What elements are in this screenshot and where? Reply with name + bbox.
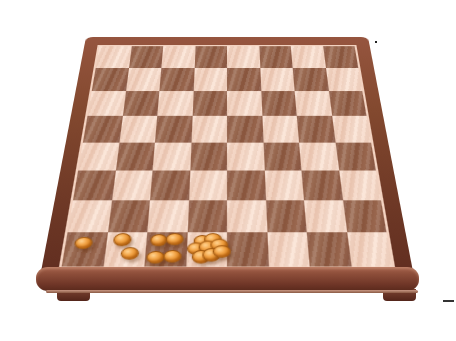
square-f6[interactable] — [261, 91, 297, 116]
square-c1[interactable] — [144, 232, 187, 266]
counter-c1[interactable] — [146, 251, 165, 264]
square-a1[interactable] — [62, 232, 108, 266]
square-f1[interactable] — [267, 232, 310, 266]
board-front-edge — [36, 267, 419, 291]
square-d4[interactable] — [190, 142, 227, 170]
square-h3[interactable] — [339, 170, 381, 200]
square-f3[interactable] — [264, 170, 304, 200]
square-e4[interactable] — [227, 142, 264, 170]
square-h1[interactable] — [347, 232, 393, 266]
square-b2[interactable] — [107, 200, 150, 232]
square-f5[interactable] — [262, 116, 299, 142]
square-f4[interactable] — [263, 142, 301, 170]
square-e1[interactable] — [227, 232, 268, 266]
square-d6[interactable] — [192, 91, 227, 116]
square-a6[interactable] — [87, 91, 125, 116]
counter-b1[interactable] — [113, 233, 132, 245]
square-g1[interactable] — [307, 232, 351, 266]
square-e2[interactable] — [227, 200, 267, 232]
square-a8[interactable] — [96, 46, 132, 68]
square-f8[interactable] — [259, 46, 293, 68]
square-h4[interactable] — [335, 142, 376, 170]
counter-a1[interactable] — [74, 237, 94, 250]
square-f7[interactable] — [260, 68, 295, 91]
square-b7[interactable] — [126, 68, 162, 91]
board-grid — [62, 46, 393, 266]
square-c6[interactable] — [157, 91, 193, 116]
board-inner-border — [59, 45, 396, 268]
square-c8[interactable] — [161, 46, 195, 68]
square-d8[interactable] — [194, 46, 227, 68]
stray-dot-mark — [375, 41, 377, 43]
square-h8[interactable] — [323, 46, 359, 68]
square-b4[interactable] — [115, 142, 155, 170]
square-e8[interactable] — [227, 46, 260, 68]
square-h6[interactable] — [328, 91, 366, 116]
square-f2[interactable] — [265, 200, 306, 232]
square-d5[interactable] — [191, 116, 227, 142]
board-bottom-lip — [46, 290, 418, 293]
square-b6[interactable] — [122, 91, 159, 116]
square-d3[interactable] — [189, 170, 227, 200]
square-d2[interactable] — [187, 200, 227, 232]
square-e6[interactable] — [227, 91, 262, 116]
square-h2[interactable] — [342, 200, 386, 232]
square-d1[interactable] — [186, 232, 227, 266]
square-c2[interactable] — [147, 200, 188, 232]
counter-c1[interactable] — [164, 250, 183, 263]
square-h7[interactable] — [326, 68, 363, 91]
square-c5[interactable] — [155, 116, 192, 142]
square-e5[interactable] — [227, 116, 263, 142]
square-b5[interactable] — [119, 116, 157, 142]
counter-b1[interactable] — [120, 247, 139, 260]
square-e3[interactable] — [227, 170, 265, 200]
square-a3[interactable] — [73, 170, 115, 200]
screenshot — [0, 0, 456, 341]
square-g4[interactable] — [299, 142, 339, 170]
square-e7[interactable] — [227, 68, 261, 91]
square-b8[interactable] — [128, 46, 163, 68]
square-c7[interactable] — [159, 68, 194, 91]
square-g8[interactable] — [291, 46, 326, 68]
stray-dash-mark — [443, 300, 454, 302]
square-c3[interactable] — [150, 170, 190, 200]
square-a4[interactable] — [78, 142, 119, 170]
square-g2[interactable] — [304, 200, 347, 232]
square-g5[interactable] — [297, 116, 335, 142]
square-b3[interactable] — [112, 170, 153, 200]
square-a2[interactable] — [68, 200, 112, 232]
square-a7[interactable] — [92, 68, 129, 91]
square-d7[interactable] — [193, 68, 227, 91]
board — [38, 37, 417, 290]
square-h5[interactable] — [332, 116, 371, 142]
square-g6[interactable] — [295, 91, 332, 116]
counter-c1[interactable] — [166, 233, 184, 245]
square-g7[interactable] — [293, 68, 329, 91]
square-g3[interactable] — [301, 170, 342, 200]
counter-d1[interactable] — [212, 245, 230, 258]
square-c4[interactable] — [153, 142, 191, 170]
square-a5[interactable] — [83, 116, 122, 142]
square-b1[interactable] — [103, 232, 147, 266]
